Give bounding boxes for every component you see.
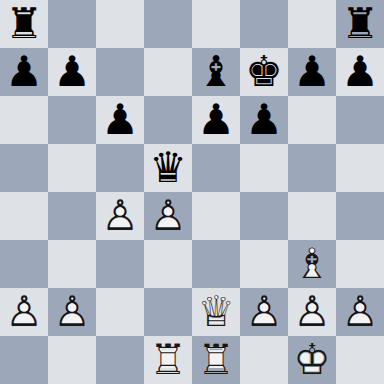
square-g3[interactable]: ♝♗ (288, 240, 336, 288)
piece-glyph-outline: ♗ (288, 240, 336, 288)
square-c1[interactable] (96, 336, 144, 384)
square-b1[interactable] (48, 336, 96, 384)
piece-glyph-outline: ♕ (192, 288, 240, 336)
square-g6[interactable] (288, 96, 336, 144)
square-b2[interactable]: ♟♙ (48, 288, 96, 336)
white-rook[interactable]: ♜♖ (192, 336, 240, 384)
square-f2[interactable]: ♟♙ (240, 288, 288, 336)
square-e5[interactable] (192, 144, 240, 192)
square-c3[interactable] (96, 240, 144, 288)
square-b7[interactable]: ♟ (48, 48, 96, 96)
square-a1[interactable] (0, 336, 48, 384)
square-e6[interactable]: ♟ (192, 96, 240, 144)
white-rook[interactable]: ♜♖ (144, 336, 192, 384)
square-e2[interactable]: ♛♕ (192, 288, 240, 336)
piece-glyph-outline: ♖ (144, 336, 192, 384)
piece-glyph-fill: ♟ (240, 96, 288, 144)
square-g5[interactable] (288, 144, 336, 192)
square-e3[interactable] (192, 240, 240, 288)
square-d3[interactable] (144, 240, 192, 288)
square-b8[interactable] (48, 0, 96, 48)
piece-glyph-outline: ♙ (336, 288, 384, 336)
piece-glyph-fill: ♟ (288, 48, 336, 96)
piece-glyph-fill: ♚ (240, 48, 288, 96)
square-f3[interactable] (240, 240, 288, 288)
black-rook[interactable]: ♜ (336, 0, 384, 48)
square-e8[interactable] (192, 0, 240, 48)
piece-glyph-fill: ♟ (336, 48, 384, 96)
black-rook[interactable]: ♜ (0, 0, 48, 48)
square-a2[interactable]: ♟♙ (0, 288, 48, 336)
black-pawn[interactable]: ♟ (336, 48, 384, 96)
square-c8[interactable] (96, 0, 144, 48)
square-g2[interactable]: ♟♙ (288, 288, 336, 336)
black-pawn[interactable]: ♟ (48, 48, 96, 96)
piece-glyph-outline: ♙ (288, 288, 336, 336)
white-pawn[interactable]: ♟♙ (96, 192, 144, 240)
piece-glyph-outline: ♔ (288, 336, 336, 384)
square-c4[interactable]: ♟♙ (96, 192, 144, 240)
white-pawn[interactable]: ♟♙ (240, 288, 288, 336)
white-king[interactable]: ♚♔ (288, 336, 336, 384)
piece-glyph-fill: ♟ (48, 48, 96, 96)
square-d5[interactable]: ♛ (144, 144, 192, 192)
piece-glyph-outline: ♙ (0, 288, 48, 336)
white-pawn[interactable]: ♟♙ (288, 288, 336, 336)
white-queen[interactable]: ♛♕ (192, 288, 240, 336)
piece-glyph-fill: ♝ (192, 48, 240, 96)
square-a5[interactable] (0, 144, 48, 192)
white-pawn[interactable]: ♟♙ (48, 288, 96, 336)
square-g4[interactable] (288, 192, 336, 240)
square-c7[interactable] (96, 48, 144, 96)
piece-glyph-outline: ♙ (144, 192, 192, 240)
square-a8[interactable]: ♜ (0, 0, 48, 48)
square-h4[interactable] (336, 192, 384, 240)
black-king[interactable]: ♚ (240, 48, 288, 96)
black-pawn[interactable]: ♟ (0, 48, 48, 96)
square-d1[interactable]: ♜♖ (144, 336, 192, 384)
square-f4[interactable] (240, 192, 288, 240)
square-e1[interactable]: ♜♖ (192, 336, 240, 384)
piece-glyph-outline: ♙ (48, 288, 96, 336)
square-f1[interactable] (240, 336, 288, 384)
square-b6[interactable] (48, 96, 96, 144)
chess-board: ♜♜♟♟♝♚♟♟♟♟♟♛♟♙♟♙♝♗♟♙♟♙♛♕♟♙♟♙♟♙♜♖♜♖♚♔ (0, 0, 384, 384)
white-pawn[interactable]: ♟♙ (144, 192, 192, 240)
square-h3[interactable] (336, 240, 384, 288)
square-a4[interactable] (0, 192, 48, 240)
piece-glyph-outline: ♙ (240, 288, 288, 336)
white-pawn[interactable]: ♟♙ (336, 288, 384, 336)
piece-glyph-fill: ♟ (0, 48, 48, 96)
square-d2[interactable] (144, 288, 192, 336)
square-g7[interactable]: ♟ (288, 48, 336, 96)
black-pawn[interactable]: ♟ (192, 96, 240, 144)
square-h6[interactable] (336, 96, 384, 144)
piece-glyph-outline: ♙ (96, 192, 144, 240)
square-b5[interactable] (48, 144, 96, 192)
piece-glyph-outline: ♖ (192, 336, 240, 384)
square-c2[interactable] (96, 288, 144, 336)
white-bishop[interactable]: ♝♗ (288, 240, 336, 288)
square-h1[interactable] (336, 336, 384, 384)
piece-glyph-fill: ♜ (0, 0, 48, 48)
square-g8[interactable] (288, 0, 336, 48)
black-queen[interactable]: ♛ (144, 144, 192, 192)
black-bishop[interactable]: ♝ (192, 48, 240, 96)
square-g1[interactable]: ♚♔ (288, 336, 336, 384)
square-h7[interactable]: ♟ (336, 48, 384, 96)
square-c5[interactable] (96, 144, 144, 192)
square-f7[interactable]: ♚ (240, 48, 288, 96)
square-d4[interactable]: ♟♙ (144, 192, 192, 240)
square-f8[interactable] (240, 0, 288, 48)
square-a7[interactable]: ♟ (0, 48, 48, 96)
square-e7[interactable]: ♝ (192, 48, 240, 96)
square-b4[interactable] (48, 192, 96, 240)
square-d6[interactable] (144, 96, 192, 144)
piece-glyph-fill: ♟ (96, 96, 144, 144)
square-h5[interactable] (336, 144, 384, 192)
piece-glyph-fill: ♜ (336, 0, 384, 48)
black-pawn[interactable]: ♟ (240, 96, 288, 144)
square-h2[interactable]: ♟♙ (336, 288, 384, 336)
square-d7[interactable] (144, 48, 192, 96)
square-b3[interactable] (48, 240, 96, 288)
square-a6[interactable] (0, 96, 48, 144)
black-pawn[interactable]: ♟ (96, 96, 144, 144)
square-h8[interactable]: ♜ (336, 0, 384, 48)
square-f6[interactable]: ♟ (240, 96, 288, 144)
square-f5[interactable] (240, 144, 288, 192)
black-pawn[interactable]: ♟ (288, 48, 336, 96)
piece-glyph-fill: ♛ (144, 144, 192, 192)
white-pawn[interactable]: ♟♙ (0, 288, 48, 336)
square-e4[interactable] (192, 192, 240, 240)
square-a3[interactable] (0, 240, 48, 288)
square-c6[interactable]: ♟ (96, 96, 144, 144)
piece-glyph-fill: ♟ (192, 96, 240, 144)
square-d8[interactable] (144, 0, 192, 48)
